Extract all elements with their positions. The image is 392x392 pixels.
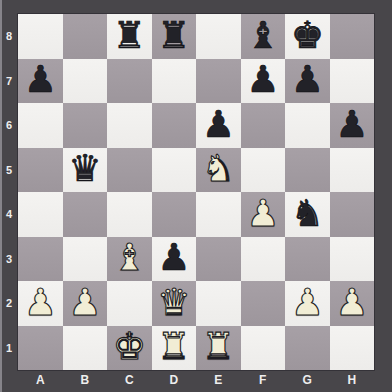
square-d7[interactable] [152, 59, 197, 104]
piece-white-pawn[interactable]: ♟ [335, 284, 368, 321]
file-label-c: C [107, 370, 152, 392]
square-g5[interactable] [285, 148, 330, 193]
rank-label-7: 7 [0, 59, 18, 104]
rank-labels-column: 87654321 [0, 14, 18, 370]
square-d5[interactable] [152, 148, 197, 193]
square-h8[interactable] [330, 14, 375, 59]
square-e5[interactable]: ♞ [196, 148, 241, 193]
square-b7[interactable] [63, 59, 108, 104]
square-g8[interactable]: ♚ [285, 14, 330, 59]
file-label-b: B [63, 370, 108, 392]
square-d1[interactable]: ♜ [152, 326, 197, 371]
square-f7[interactable]: ♟ [241, 59, 286, 104]
rank-label-8: 8 [0, 14, 18, 59]
square-a2[interactable]: ♟ [18, 281, 63, 326]
square-c7[interactable] [107, 59, 152, 104]
rank-label-6: 6 [0, 103, 18, 148]
square-g3[interactable] [285, 237, 330, 282]
file-label-e: E [196, 370, 241, 392]
square-e8[interactable] [196, 14, 241, 59]
piece-white-king[interactable]: ♚ [113, 328, 146, 365]
square-h1[interactable] [330, 326, 375, 371]
chess-app-window: 87654321 ♜♜♝♚♟♟♟♟♟♛♞♟♞♝♟♟♟♛♟♟♚♜♜ ABCDEFG… [0, 0, 392, 392]
square-d4[interactable] [152, 192, 197, 237]
piece-white-bishop[interactable]: ♝ [113, 239, 146, 276]
square-b1[interactable] [63, 326, 108, 371]
file-label-g: G [285, 370, 330, 392]
piece-white-rook[interactable]: ♜ [202, 328, 235, 365]
piece-black-pawn[interactable]: ♟ [291, 61, 324, 98]
square-b4[interactable] [63, 192, 108, 237]
square-c2[interactable] [107, 281, 152, 326]
square-f2[interactable] [241, 281, 286, 326]
square-c4[interactable] [107, 192, 152, 237]
piece-black-bishop[interactable]: ♝ [246, 17, 279, 54]
piece-black-queen[interactable]: ♛ [68, 150, 101, 187]
square-e7[interactable] [196, 59, 241, 104]
square-e6[interactable]: ♟ [196, 103, 241, 148]
square-e4[interactable] [196, 192, 241, 237]
piece-white-queen[interactable]: ♛ [157, 284, 190, 321]
square-h3[interactable] [330, 237, 375, 282]
square-h5[interactable] [330, 148, 375, 193]
rank-label-1: 1 [0, 326, 18, 371]
piece-white-knight[interactable]: ♞ [202, 150, 235, 187]
rank-label-3: 3 [0, 237, 18, 282]
file-label-f: F [241, 370, 286, 392]
piece-black-rook[interactable]: ♜ [113, 17, 146, 54]
square-a5[interactable] [18, 148, 63, 193]
square-b3[interactable] [63, 237, 108, 282]
square-a6[interactable] [18, 103, 63, 148]
square-d2[interactable]: ♛ [152, 281, 197, 326]
rank-label-5: 5 [0, 148, 18, 193]
square-c1[interactable]: ♚ [107, 326, 152, 371]
square-b5[interactable]: ♛ [63, 148, 108, 193]
piece-black-pawn[interactable]: ♟ [202, 106, 235, 143]
piece-black-pawn[interactable]: ♟ [246, 61, 279, 98]
square-a4[interactable] [18, 192, 63, 237]
rank-label-4: 4 [0, 192, 18, 237]
square-a7[interactable]: ♟ [18, 59, 63, 104]
square-c3[interactable]: ♝ [107, 237, 152, 282]
square-c8[interactable]: ♜ [107, 14, 152, 59]
square-g4[interactable]: ♞ [285, 192, 330, 237]
file-label-a: A [18, 370, 63, 392]
file-label-d: D [152, 370, 197, 392]
chess-board[interactable]: ♜♜♝♚♟♟♟♟♟♛♞♟♞♝♟♟♟♛♟♟♚♜♜ [18, 14, 374, 370]
square-a1[interactable] [18, 326, 63, 371]
piece-white-pawn[interactable]: ♟ [291, 284, 324, 321]
piece-white-rook[interactable]: ♜ [157, 328, 190, 365]
square-f5[interactable] [241, 148, 286, 193]
square-e2[interactable] [196, 281, 241, 326]
square-e1[interactable]: ♜ [196, 326, 241, 371]
square-c6[interactable] [107, 103, 152, 148]
rank-label-2: 2 [0, 281, 18, 326]
piece-black-knight[interactable]: ♞ [291, 195, 324, 232]
square-c5[interactable] [107, 148, 152, 193]
square-g7[interactable]: ♟ [285, 59, 330, 104]
piece-black-pawn[interactable]: ♟ [335, 106, 368, 143]
piece-black-pawn[interactable]: ♟ [157, 239, 190, 276]
piece-black-king[interactable]: ♚ [291, 17, 324, 54]
square-d6[interactable] [152, 103, 197, 148]
piece-white-pawn[interactable]: ♟ [246, 195, 279, 232]
square-d3[interactable]: ♟ [152, 237, 197, 282]
square-b8[interactable] [63, 14, 108, 59]
square-b2[interactable]: ♟ [63, 281, 108, 326]
square-h7[interactable] [330, 59, 375, 104]
file-label-h: H [330, 370, 375, 392]
piece-black-rook[interactable]: ♜ [157, 17, 190, 54]
square-b6[interactable] [63, 103, 108, 148]
piece-white-pawn[interactable]: ♟ [24, 284, 57, 321]
square-g1[interactable] [285, 326, 330, 371]
square-h4[interactable] [330, 192, 375, 237]
square-e3[interactable] [196, 237, 241, 282]
square-f6[interactable] [241, 103, 286, 148]
file-labels-row: ABCDEFGH [18, 370, 374, 392]
piece-white-pawn[interactable]: ♟ [68, 284, 101, 321]
square-h6[interactable]: ♟ [330, 103, 375, 148]
square-f4[interactable]: ♟ [241, 192, 286, 237]
piece-black-pawn[interactable]: ♟ [24, 61, 57, 98]
square-f1[interactable] [241, 326, 286, 371]
square-a8[interactable] [18, 14, 63, 59]
square-g6[interactable] [285, 103, 330, 148]
square-g2[interactable]: ♟ [285, 281, 330, 326]
square-f3[interactable] [241, 237, 286, 282]
square-d8[interactable]: ♜ [152, 14, 197, 59]
square-f8[interactable]: ♝ [241, 14, 286, 59]
square-h2[interactable]: ♟ [330, 281, 375, 326]
square-a3[interactable] [18, 237, 63, 282]
